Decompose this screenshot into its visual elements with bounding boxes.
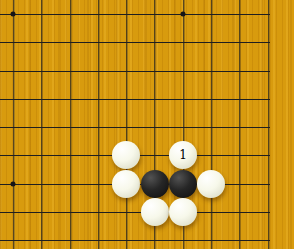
stone-white — [197, 170, 225, 198]
stone-white — [112, 141, 140, 169]
star-point — [11, 181, 16, 186]
stone-white — [112, 170, 140, 198]
stone-white-move-1: 1 — [169, 141, 197, 169]
stone-white — [169, 198, 197, 226]
stone-white — [141, 198, 169, 226]
go-board[interactable]: 1 — [0, 0, 294, 249]
star-point — [11, 12, 16, 17]
board-grid: 1 — [13, 14, 294, 249]
move-number-label: 1 — [179, 149, 187, 161]
stone-black — [169, 170, 197, 198]
star-point — [181, 12, 186, 17]
stone-black — [141, 170, 169, 198]
